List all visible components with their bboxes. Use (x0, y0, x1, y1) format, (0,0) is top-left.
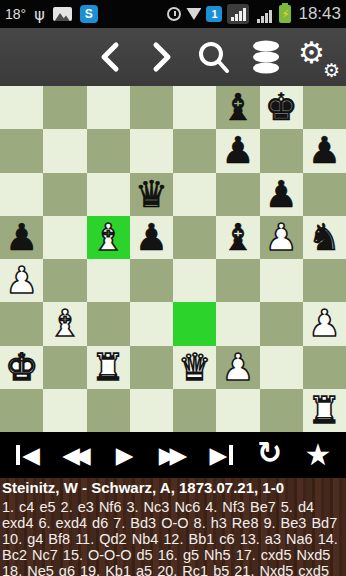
square-f7[interactable]: ♟ (216, 129, 259, 172)
white-pawn: ♟ (308, 302, 341, 345)
square-f3[interactable] (216, 302, 259, 345)
square-g6[interactable]: ♟ (260, 173, 303, 216)
black-pawn: ♟ (5, 216, 38, 259)
toolbar: ⚙ ⚙ (0, 28, 346, 86)
square-e4[interactable] (173, 259, 216, 302)
square-b4[interactable] (43, 259, 86, 302)
square-f1[interactable] (216, 389, 259, 432)
signal-bars-icon-2 (254, 5, 274, 23)
database-icon (251, 39, 281, 75)
square-g5[interactable]: ♟ (260, 216, 303, 259)
square-b8[interactable] (43, 86, 86, 129)
square-a4[interactable]: ♟ (0, 259, 43, 302)
square-b3[interactable]: ♝ (43, 302, 86, 345)
black-queen: ♛ (135, 173, 168, 216)
square-e5[interactable] (173, 216, 216, 259)
black-knight: ♞ (308, 216, 341, 259)
white-rook: ♜ (92, 346, 125, 389)
rewind-button[interactable]: ◀◀ (59, 435, 93, 475)
wifi-icon (186, 8, 201, 20)
gallery-icon (53, 7, 72, 21)
white-pawn: ♟ (5, 259, 38, 302)
square-b1[interactable] (43, 389, 86, 432)
square-e7[interactable] (173, 129, 216, 172)
play-button[interactable]: ▶ (108, 435, 142, 475)
square-h7[interactable]: ♟ (303, 129, 346, 172)
status-clock: 18:43 (298, 4, 341, 24)
black-bishop: ♝ (221, 86, 254, 129)
square-h1[interactable]: ♜ (303, 389, 346, 432)
temperature-widget: 18° (5, 6, 26, 22)
square-c3[interactable] (87, 302, 130, 345)
white-rook: ♜ (308, 389, 341, 432)
black-pawn: ♟ (135, 216, 168, 259)
skip-to-start-button[interactable]: ◀ (11, 435, 45, 475)
settings-button[interactable]: ⚙ ⚙ (292, 28, 344, 86)
status-bar-left: 18° ψ S (5, 5, 98, 24)
square-e6[interactable] (173, 173, 216, 216)
square-a7[interactable] (0, 129, 43, 172)
square-e1[interactable] (173, 389, 216, 432)
battery-icon: ⚡ (279, 5, 291, 23)
square-c2[interactable]: ♜ (87, 346, 130, 389)
white-queen: ♛ (178, 346, 211, 389)
square-h4[interactable] (303, 259, 346, 302)
square-f2[interactable]: ♟ (216, 346, 259, 389)
square-d4[interactable] (130, 259, 173, 302)
square-g4[interactable] (260, 259, 303, 302)
white-bishop: ♝ (92, 216, 125, 259)
square-a3[interactable] (0, 302, 43, 345)
white-pawn: ♟ (265, 216, 298, 259)
status-bar: 18° ψ S 1 ⚡ 18:43 (0, 0, 346, 28)
square-f5[interactable]: ♝ (216, 216, 259, 259)
previous-game-button[interactable] (84, 28, 136, 86)
black-pawn: ♟ (221, 129, 254, 172)
playback-controls: ◀◀◀▶▶▶▶↻★ (0, 432, 346, 478)
skip-to-end-button[interactable]: ▶ (204, 435, 238, 475)
search-button[interactable] (188, 28, 240, 86)
square-a6[interactable] (0, 173, 43, 216)
square-b2[interactable] (43, 346, 86, 389)
gears-icon: ⚙ ⚙ (298, 37, 338, 77)
skype-icon: S (80, 5, 98, 23)
square-d1[interactable] (130, 389, 173, 432)
square-e8[interactable] (173, 86, 216, 129)
favorite-button[interactable]: ★ (301, 435, 335, 475)
square-c7[interactable] (87, 129, 130, 172)
square-c8[interactable] (87, 86, 130, 129)
square-d7[interactable] (130, 129, 173, 172)
fast-forward-button[interactable]: ▶▶ (156, 435, 190, 475)
flip-refresh-button[interactable]: ↻ (253, 435, 287, 475)
move-list[interactable]: 1. c4 e5 2. e3 Nf6 3. Nc3 Nc6 4. Nf3 Be7… (2, 499, 344, 576)
usb-icon: ψ (34, 5, 45, 24)
square-c1[interactable] (87, 389, 130, 432)
square-g3[interactable] (260, 302, 303, 345)
square-g7[interactable] (260, 129, 303, 172)
square-a2[interactable]: ♚ (0, 346, 43, 389)
square-e3[interactable] (173, 302, 216, 345)
square-h8[interactable] (303, 86, 346, 129)
square-f8[interactable]: ♝ (216, 86, 259, 129)
square-b6[interactable] (43, 173, 86, 216)
chevron-right-icon (149, 41, 175, 73)
square-e2[interactable]: ♛ (173, 346, 216, 389)
square-g1[interactable] (260, 389, 303, 432)
square-c4[interactable] (87, 259, 130, 302)
signal-bars-icon (227, 4, 249, 24)
database-button[interactable] (240, 28, 292, 86)
square-f4[interactable] (216, 259, 259, 302)
square-b5[interactable] (43, 216, 86, 259)
app-window: 18° ψ S 1 ⚡ 18:43 (0, 0, 346, 576)
square-h6[interactable] (303, 173, 346, 216)
white-king: ♚ (5, 346, 38, 389)
black-king: ♚ (265, 86, 298, 129)
game-info-panel: Steinitz, W - Schwarz, A, 1873.07.21, 1-… (0, 478, 346, 576)
square-a5[interactable]: ♟ (0, 216, 43, 259)
black-pawn: ♟ (265, 173, 298, 216)
chess-board: ♝♚♟♟♛♟♟♝♟♝♟♞♟♝♟♚♜♛♟♜ (0, 86, 346, 432)
square-d5[interactable]: ♟ (130, 216, 173, 259)
game-header: Steinitz, W - Schwarz, A, 1873.07.21, 1-… (2, 479, 344, 496)
square-d2[interactable] (130, 346, 173, 389)
white-pawn: ♟ (221, 346, 254, 389)
white-bishop: ♝ (48, 302, 81, 345)
status-bar-right: 1 ⚡ 18:43 (167, 4, 341, 24)
alarm-icon (167, 7, 181, 21)
notification-badge: 1 (206, 6, 222, 22)
square-h3[interactable]: ♟ (303, 302, 346, 345)
square-a1[interactable] (0, 389, 43, 432)
square-g8[interactable]: ♚ (260, 86, 303, 129)
square-h5[interactable]: ♞ (303, 216, 346, 259)
square-a8[interactable] (0, 86, 43, 129)
chevron-left-icon (97, 41, 123, 73)
search-icon (197, 40, 231, 74)
square-b7[interactable] (43, 129, 86, 172)
square-d8[interactable] (130, 86, 173, 129)
battery-bolt-icon: ⚡ (282, 9, 290, 20)
black-pawn: ♟ (308, 129, 341, 172)
square-d6[interactable]: ♛ (130, 173, 173, 216)
square-g2[interactable] (260, 346, 303, 389)
square-c6[interactable] (87, 173, 130, 216)
square-c5[interactable]: ♝ (87, 216, 130, 259)
next-game-button[interactable] (136, 28, 188, 86)
square-d3[interactable] (130, 302, 173, 345)
black-bishop: ♝ (221, 216, 254, 259)
square-f6[interactable] (216, 173, 259, 216)
square-h2[interactable] (303, 346, 346, 389)
